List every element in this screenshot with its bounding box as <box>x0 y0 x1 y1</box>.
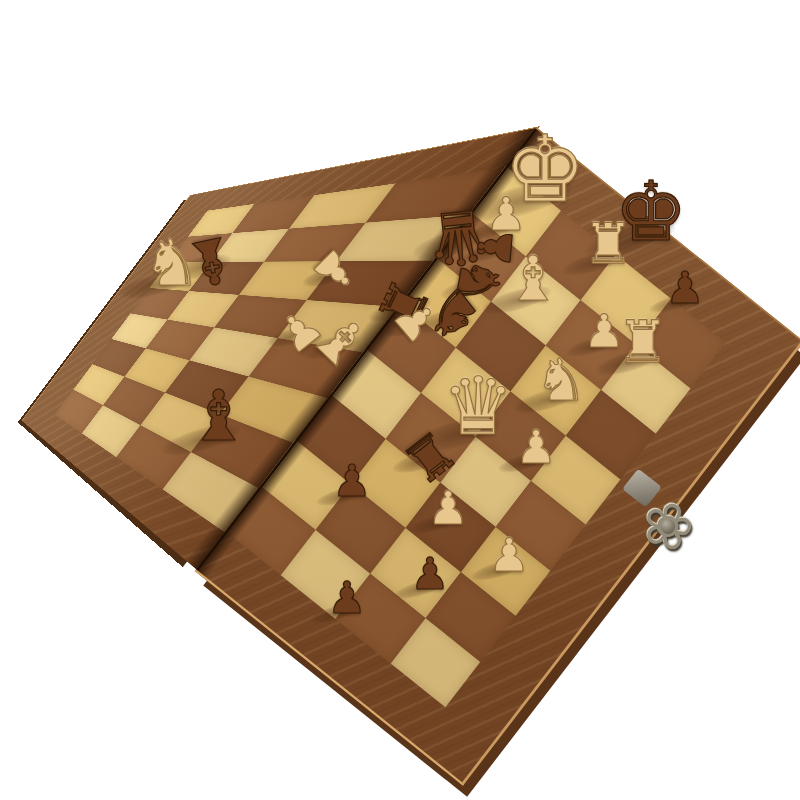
dark-bishop: ♝ <box>188 381 251 451</box>
pawn-glyph: ♟ <box>665 266 704 310</box>
light-rook: ♜ <box>583 216 633 272</box>
light-bishop: ♝ <box>505 248 561 310</box>
light-queen: ♛ <box>442 367 514 447</box>
knight-glyph: ♞ <box>143 231 200 295</box>
light-pawn: ♟ <box>488 532 529 578</box>
light-knight: ♞ <box>535 351 587 409</box>
knight-glyph: ♞ <box>535 351 587 409</box>
pawn-glyph: ♟ <box>488 532 529 578</box>
dark-pawn: ♟ <box>665 266 704 310</box>
light-pawn: ♟ <box>515 424 556 470</box>
light-pawn: ♟ <box>427 485 468 531</box>
pawn-glyph: ♟ <box>327 576 366 620</box>
rook-glyph: ♜ <box>583 216 633 272</box>
product-photo-stage: ♞♟♟♝♟♚♟♜♝♟♜♞♛♟♟♟♝♚♛♟♟♜♞♞♜♝♟♟♟ ❀ metal fl… <box>0 0 800 800</box>
clasp-center-boss <box>661 519 675 534</box>
dark-pawn: ♟ <box>332 459 371 503</box>
pawn-glyph: ♟ <box>427 485 468 531</box>
pawn-glyph: ♟ <box>332 459 371 503</box>
light-knight: ♞ <box>143 231 200 295</box>
dark-pawn: ♟ <box>327 576 366 620</box>
dark-pawn: ♟ <box>410 552 449 596</box>
pawn-glyph: ♟ <box>515 424 556 470</box>
light-rook: ♜ <box>617 313 669 371</box>
pawn-glyph: ♟ <box>410 552 449 596</box>
queen-glyph: ♛ <box>442 367 514 447</box>
bishop-glyph: ♝ <box>505 248 561 310</box>
bishop-glyph: ♝ <box>188 381 251 451</box>
rook-glyph: ♜ <box>617 313 669 371</box>
